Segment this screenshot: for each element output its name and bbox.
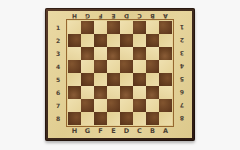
square-h6[interactable] — [68, 86, 81, 99]
square-e3[interactable] — [107, 47, 120, 60]
square-d2[interactable] — [120, 34, 133, 47]
border-corner-bottom-left — [48, 125, 68, 138]
square-g7[interactable] — [81, 99, 94, 112]
square-e2[interactable] — [107, 34, 120, 47]
square-e1[interactable] — [107, 21, 120, 34]
rank-label-right-2: 2 — [172, 34, 192, 47]
file-label-top-d: D — [120, 11, 133, 21]
rank-label-right-7: 7 — [172, 99, 192, 112]
square-c6[interactable] — [133, 86, 146, 99]
rank-label-left-5: 5 — [48, 73, 68, 86]
square-a5[interactable] — [159, 73, 172, 86]
square-a4[interactable] — [159, 60, 172, 73]
rank-label-left-4: 4 — [48, 60, 68, 73]
square-f4[interactable] — [94, 60, 107, 73]
square-e8[interactable] — [107, 112, 120, 125]
square-h5[interactable] — [68, 73, 81, 86]
square-c2[interactable] — [133, 34, 146, 47]
file-label-bottom-h: H — [68, 125, 81, 138]
square-h8[interactable] — [68, 112, 81, 125]
square-f7[interactable] — [94, 99, 107, 112]
square-e6[interactable] — [107, 86, 120, 99]
square-b8[interactable] — [146, 112, 159, 125]
square-b4[interactable] — [146, 60, 159, 73]
rank-label-right-4: 4 — [172, 60, 192, 73]
square-d1[interactable] — [120, 21, 133, 34]
rank-label-left-3: 3 — [48, 47, 68, 60]
file-label-bottom-g: G — [81, 125, 94, 138]
square-f6[interactable] — [94, 86, 107, 99]
square-d3[interactable] — [120, 47, 133, 60]
rank-label-right-8: 8 — [172, 112, 192, 125]
square-c5[interactable] — [133, 73, 146, 86]
square-a6[interactable] — [159, 86, 172, 99]
square-g4[interactable] — [81, 60, 94, 73]
square-g1[interactable] — [81, 21, 94, 34]
rank-label-left-6: 6 — [48, 86, 68, 99]
file-label-bottom-f: F — [94, 125, 107, 138]
rank-label-right-5: 5 — [172, 73, 192, 86]
square-h2[interactable] — [68, 34, 81, 47]
file-label-top-h: H — [68, 11, 81, 21]
square-a1[interactable] — [159, 21, 172, 34]
file-label-top-e: E — [107, 11, 120, 21]
square-e7[interactable] — [107, 99, 120, 112]
square-d7[interactable] — [120, 99, 133, 112]
square-h1[interactable] — [68, 21, 81, 34]
square-a3[interactable] — [159, 47, 172, 60]
square-d4[interactable] — [120, 60, 133, 73]
square-c1[interactable] — [133, 21, 146, 34]
rank-label-left-8: 8 — [48, 112, 68, 125]
border-corner-top-left — [48, 11, 68, 21]
file-label-bottom-d: D — [120, 125, 133, 138]
square-f1[interactable] — [94, 21, 107, 34]
square-f8[interactable] — [94, 112, 107, 125]
file-label-top-a: A — [159, 11, 172, 21]
rank-label-right-1: 1 — [172, 21, 192, 34]
file-label-top-g: G — [81, 11, 94, 21]
rank-label-left-1: 1 — [48, 21, 68, 34]
square-g2[interactable] — [81, 34, 94, 47]
square-g8[interactable] — [81, 112, 94, 125]
square-f3[interactable] — [94, 47, 107, 60]
border-corner-top-right — [172, 11, 192, 21]
board-face: HGFEDCBA1122334455667788HGFEDCBA — [48, 11, 192, 138]
rank-label-right-6: 6 — [172, 86, 192, 99]
rank-label-right-3: 3 — [172, 47, 192, 60]
file-label-bottom-e: E — [107, 125, 120, 138]
square-c7[interactable] — [133, 99, 146, 112]
rank-label-left-2: 2 — [48, 34, 68, 47]
square-d8[interactable] — [120, 112, 133, 125]
square-b2[interactable] — [146, 34, 159, 47]
square-a7[interactable] — [159, 99, 172, 112]
file-label-top-f: F — [94, 11, 107, 21]
square-d6[interactable] — [120, 86, 133, 99]
square-a2[interactable] — [159, 34, 172, 47]
square-h7[interactable] — [68, 99, 81, 112]
square-f5[interactable] — [94, 73, 107, 86]
chessboard: HGFEDCBA1122334455667788HGFEDCBA — [45, 8, 195, 141]
square-a8[interactable] — [159, 112, 172, 125]
square-g5[interactable] — [81, 73, 94, 86]
border-corner-bottom-right — [172, 125, 192, 138]
square-h4[interactable] — [68, 60, 81, 73]
file-label-bottom-c: C — [133, 125, 146, 138]
square-d5[interactable] — [120, 73, 133, 86]
square-g3[interactable] — [81, 47, 94, 60]
square-h3[interactable] — [68, 47, 81, 60]
rank-label-left-7: 7 — [48, 99, 68, 112]
square-c8[interactable] — [133, 112, 146, 125]
square-e4[interactable] — [107, 60, 120, 73]
square-f2[interactable] — [94, 34, 107, 47]
file-label-bottom-a: A — [159, 125, 172, 138]
file-label-top-b: B — [146, 11, 159, 21]
square-b6[interactable] — [146, 86, 159, 99]
square-g6[interactable] — [81, 86, 94, 99]
square-b5[interactable] — [146, 73, 159, 86]
square-c3[interactable] — [133, 47, 146, 60]
square-b1[interactable] — [146, 21, 159, 34]
file-label-bottom-b: B — [146, 125, 159, 138]
file-label-top-c: C — [133, 11, 146, 21]
square-e5[interactable] — [107, 73, 120, 86]
square-b7[interactable] — [146, 99, 159, 112]
square-c4[interactable] — [133, 60, 146, 73]
square-b3[interactable] — [146, 47, 159, 60]
